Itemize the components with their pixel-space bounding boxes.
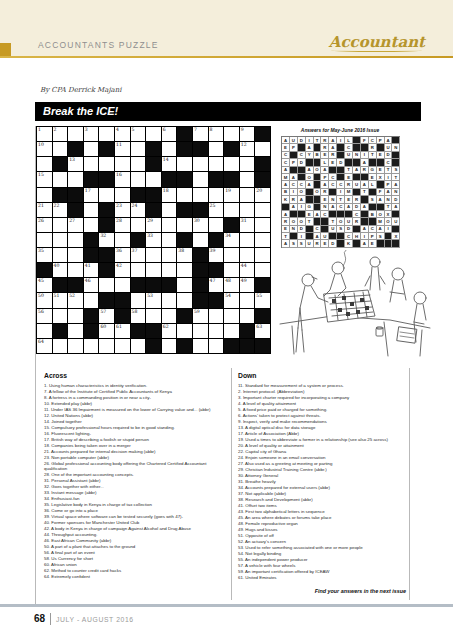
clue-item: 7. A fellow of the Institute of Certifie… (44, 389, 226, 394)
clue-item: 3. Important charter required for incorp… (238, 395, 406, 400)
answer-black-cell (337, 240, 345, 247)
answer-black-cell (361, 218, 369, 225)
clue-item: 4. A level of quality attainment (238, 401, 406, 406)
clue-item: 45. An area where debates or forums take… (238, 515, 406, 520)
clue-item: 26. Global professional accounting body … (44, 461, 226, 471)
white-cell: 4 (115, 127, 131, 142)
clue-item: 51. Opposite of off (238, 533, 406, 538)
white-cell: 62 (162, 324, 178, 339)
white-cell: 37 (131, 248, 147, 263)
clue-item: 16. Fluorescent lighting- (44, 431, 226, 436)
clue-number: 48 (225, 278, 231, 283)
white-cell (53, 218, 69, 233)
white-cell (240, 188, 256, 203)
clue-number: 4 (116, 127, 119, 132)
answer-letter-cell: X (377, 174, 385, 181)
white-cell (131, 339, 147, 354)
white-cell: 42 (115, 263, 131, 278)
white-cell: 5 (131, 127, 147, 142)
white-cell (240, 309, 256, 324)
white-cell (240, 233, 256, 248)
white-cell (193, 188, 209, 203)
answer-black-cell (314, 159, 322, 166)
clue-item: 14. Joined together (44, 419, 226, 424)
answer-letter-cell: E (345, 174, 353, 181)
magazine-logo: Accountant (329, 33, 425, 51)
white-cell: 18 (162, 188, 178, 203)
page-number: 68 (34, 613, 45, 624)
answer-black-cell (290, 211, 298, 218)
clue-item: 38. Research and Development (abbr) (238, 497, 406, 502)
answer-black-cell (321, 226, 329, 233)
answer-black-cell (353, 226, 361, 233)
black-cell (209, 233, 225, 248)
footer-rule (0, 604, 453, 607)
answer-letter-cell: I (361, 233, 369, 240)
white-cell (68, 339, 84, 354)
answer-black-cell (369, 159, 377, 166)
answer-letter-cell: I (361, 152, 369, 159)
black-cell (99, 203, 115, 218)
black-cell (84, 172, 100, 187)
answer-black-cell (385, 233, 393, 240)
black-cell (131, 188, 147, 203)
answer-letter-cell: U (290, 137, 298, 144)
answer-black-cell (345, 211, 353, 218)
clue-number: 36 (116, 248, 122, 253)
answer-black-cell (306, 189, 314, 196)
clue-item: 50. A part of a plant that attaches to t… (44, 544, 226, 549)
clue-number: 27 (69, 218, 75, 223)
white-cell (99, 278, 115, 293)
white-cell: 49 (240, 278, 256, 293)
white-cell: 13 (68, 157, 84, 172)
white-cell (115, 233, 131, 248)
answer-letter-cell: C (337, 204, 345, 211)
answer-letter-cell: T (306, 218, 314, 225)
clue-number: 62 (163, 324, 169, 329)
clue-number: 12 (241, 142, 247, 147)
white-cell: 36 (115, 248, 131, 263)
answer-black-cell (337, 167, 345, 174)
answer-black-cell (377, 181, 385, 188)
answer-black-cell (392, 211, 400, 218)
answer-letter-cell: A (385, 137, 393, 144)
white-cell (115, 157, 131, 172)
white-cell (209, 218, 225, 233)
answer-letter-cell: L (321, 159, 329, 166)
black-cell (162, 278, 178, 293)
white-cell: 22 (53, 203, 69, 218)
black-cell (193, 263, 209, 278)
clue-item: 31. Breathe heavily (238, 479, 406, 484)
answer-letter-cell: Y (306, 152, 314, 159)
clue-item: 1. Using human characteristics in identi… (44, 383, 226, 388)
answers-title: Answers for May-June 2016 Issue (278, 128, 402, 133)
answer-letter-cell: M (345, 189, 353, 196)
answer-letter-cell: A (361, 204, 369, 211)
answer-letter-cell: C (337, 181, 345, 188)
white-cell (37, 157, 53, 172)
answer-black-cell (353, 174, 361, 181)
answer-black-cell (337, 174, 345, 181)
answer-letter-cell: T (282, 233, 290, 240)
white-cell: 51 (53, 293, 69, 308)
white-cell (99, 188, 115, 203)
answer-letter-cell: T (337, 196, 345, 203)
answer-letter-cell: T (345, 167, 353, 174)
find-answers-note: Find your answers in the next issue (238, 588, 406, 594)
answer-black-cell (329, 233, 337, 240)
white-cell (177, 293, 193, 308)
clue-item: 52. An actuary's concern (238, 539, 406, 544)
white-cell (162, 263, 178, 278)
across-heading: Across (44, 372, 67, 379)
answer-letter-cell: R (290, 196, 298, 203)
main-grid: 1234567891011121314151617181920212223242… (36, 126, 271, 354)
clue-item: 35. Legislative body in Kenya in charge … (44, 502, 226, 507)
clue-item: 27. Also used as a greeting at meeting o… (238, 461, 406, 466)
answer-letter-cell: A (282, 211, 290, 218)
black-cell (131, 324, 147, 339)
answer-letter-cell: O (306, 174, 314, 181)
black-cell (177, 142, 193, 157)
clue-item: 59. An important certification offered b… (238, 569, 406, 574)
answer-letter-cell: F (377, 189, 385, 196)
answer-letter-cell: N (392, 189, 400, 196)
clue-number: 61 (116, 324, 122, 329)
white-cell (209, 157, 225, 172)
clue-number: 3 (85, 127, 88, 132)
answer-black-cell (298, 211, 306, 218)
white-cell (255, 142, 271, 157)
black-cell (255, 339, 271, 354)
clue-item: 54. Not legally binding (238, 551, 406, 556)
clue-number: 26 (38, 218, 44, 223)
answer-letter-cell: A (282, 181, 290, 188)
clue-number: 20 (256, 188, 262, 193)
clue-item: 21. Accounts prepared for internal decis… (44, 449, 226, 454)
answer-letter-cell: C (385, 159, 393, 166)
answer-letter-cell: C (369, 137, 377, 144)
black-cell (99, 142, 115, 157)
answer-black-cell (298, 167, 306, 174)
clue-number: 49 (241, 278, 247, 283)
clue-item: 41. Offset two items (238, 503, 406, 508)
white-cell: 44 (240, 263, 256, 278)
white-cell: 50 (37, 293, 53, 308)
white-cell: 21 (37, 203, 53, 218)
clue-item: 28. One of the important accounting conc… (44, 472, 226, 477)
clue-number: 25 (210, 203, 216, 208)
white-cell: 58 (131, 309, 147, 324)
answer-letter-cell: C (282, 152, 290, 159)
white-cell (84, 293, 100, 308)
answer-letter-cell: A (282, 137, 290, 144)
white-cell (177, 157, 193, 172)
white-cell (84, 203, 100, 218)
clue-number: 38 (178, 248, 184, 253)
clue-number: 18 (163, 188, 169, 193)
answers-grid: AUDITRAILFCPAEPARACRUNCCYBERUNITEDCPDLED… (281, 136, 400, 248)
black-cell (177, 172, 193, 187)
black-cell (99, 263, 115, 278)
clue-item: 39. Virtual space where software can be … (44, 514, 226, 519)
clue-number: 29 (147, 218, 153, 223)
clue-item: 48. Female reproductive organ (238, 521, 406, 526)
clue-number: 59 (194, 309, 200, 314)
answer-black-cell (337, 144, 345, 151)
clue-number: 50 (38, 293, 44, 298)
white-cell: 52 (68, 293, 84, 308)
answer-letter-cell: R (329, 152, 337, 159)
black-cell (68, 203, 84, 218)
answer-black-cell (314, 174, 322, 181)
white-cell (115, 339, 131, 354)
answer-letter-cell: U (385, 144, 393, 151)
across-list: 1. Using human characteristics in identi… (44, 383, 226, 580)
answer-black-cell (377, 144, 385, 151)
clue-number: 14 (163, 157, 169, 162)
black-cell (53, 324, 69, 339)
white-cell (99, 157, 115, 172)
white-cell: 2 (53, 127, 69, 142)
white-cell (255, 248, 271, 263)
clue-number: 44 (241, 263, 247, 268)
black-cell (84, 248, 100, 263)
clue-number: 58 (132, 309, 138, 314)
answer-letter-cell: O (290, 218, 298, 225)
answer-letter-cell: A (314, 211, 322, 218)
answer-letter-cell: E (306, 211, 314, 218)
answer-black-cell (361, 211, 369, 218)
white-cell (255, 263, 271, 278)
white-cell: 14 (162, 157, 178, 172)
answer-letter-cell: A (329, 144, 337, 151)
answer-letter-cell: C (345, 144, 353, 151)
header-divider (0, 56, 453, 58)
answer-black-cell (392, 137, 400, 144)
clue-item: 6. Actions' taken to protect against thr… (238, 413, 406, 418)
white-cell (193, 324, 209, 339)
answer-letter-cell: I (306, 137, 314, 144)
answer-letter-cell: U (392, 218, 400, 225)
answer-letter-cell: R (321, 189, 329, 196)
answer-letter-cell: F (361, 137, 369, 144)
clue-number: 7 (194, 127, 197, 132)
answer-black-cell (290, 152, 298, 159)
black-cell (53, 188, 69, 203)
answer-letter-cell: T (361, 189, 369, 196)
answer-letter-cell: A (321, 167, 329, 174)
answer-letter-cell: H (353, 233, 361, 240)
answer-black-cell (377, 240, 385, 247)
white-cell (68, 172, 84, 187)
white-cell (162, 233, 178, 248)
clue-number: 30 (194, 218, 200, 223)
white-cell: 12 (240, 142, 256, 157)
black-cell (240, 339, 256, 354)
white-cell (177, 263, 193, 278)
white-cell: 16 (115, 172, 131, 187)
black-cell (255, 172, 271, 187)
clue-number: 46 (85, 278, 91, 283)
answer-letter-cell: C (290, 181, 298, 188)
answer-letter-cell: U (353, 181, 361, 188)
white-cell: 57 (99, 309, 115, 324)
clue-item: 19. Used a times to abbreviate a former … (238, 437, 406, 442)
white-cell (193, 157, 209, 172)
white-cell (224, 324, 240, 339)
answer-black-cell (306, 233, 314, 240)
clue-number: 37 (132, 248, 138, 253)
puzzle-title-banner: Break the ICE! (35, 102, 421, 121)
black-cell (224, 339, 240, 354)
white-cell (99, 339, 115, 354)
answer-letter-cell: T (314, 137, 322, 144)
clue-item: 22. Capital city of Ghana (238, 449, 406, 454)
answer-letter-cell: R (345, 181, 353, 188)
answer-black-cell (314, 204, 322, 211)
clue-number: 22 (54, 203, 60, 208)
white-cell (146, 127, 162, 142)
answer-letter-cell: R (282, 218, 290, 225)
clue-number: 41 (85, 263, 91, 268)
answer-letter-cell: U (329, 226, 337, 233)
answer-letter-cell: E (377, 152, 385, 159)
left-rule (35, 126, 36, 604)
answer-letter-cell: E (329, 159, 337, 166)
answer-letter-cell: S (298, 240, 306, 247)
byline: By CPA Derrick Majani (40, 86, 122, 94)
answer-letter-cell: C (329, 181, 337, 188)
white-cell (162, 203, 178, 218)
white-cell (131, 157, 147, 172)
clue-number: 21 (38, 203, 44, 208)
answer-letter-cell: D (298, 159, 306, 166)
clue-item: 15. Compulsory professional hours requir… (44, 425, 226, 430)
white-cell (53, 233, 69, 248)
answer-letter-cell: A (306, 144, 314, 151)
white-cell: 48 (224, 278, 240, 293)
clue-item: 20. A level of quality or attainment (238, 443, 406, 448)
white-cell: 63 (255, 324, 271, 339)
black-cell (99, 172, 115, 187)
answer-letter-cell: I (290, 189, 298, 196)
answer-letter-cell: P (385, 181, 393, 188)
answer-letter-cell: S (369, 196, 377, 203)
answer-black-cell (298, 174, 306, 181)
white-cell (146, 172, 162, 187)
answer-letter-cell: A (361, 240, 369, 247)
answer-letter-cell: U (306, 240, 314, 247)
black-cell (193, 203, 209, 218)
clue-number: 47 (210, 278, 216, 283)
answer-letter-cell: A (290, 204, 298, 211)
answer-black-cell (361, 174, 369, 181)
white-cell: 35 (37, 248, 53, 263)
down-list: 11. Standard for measurement of a system… (238, 383, 406, 594)
answer-black-cell (290, 233, 298, 240)
white-cell: 34 (224, 233, 240, 248)
clue-number: 23 (116, 203, 122, 208)
black-cell (37, 263, 53, 278)
clue-item: 62. Method to counter credit card hacks (44, 568, 226, 573)
answer-black-cell (329, 167, 337, 174)
answer-black-cell (353, 189, 361, 196)
clue-number: 42 (116, 263, 122, 268)
black-cell (255, 309, 271, 324)
answer-black-cell (377, 159, 385, 166)
answer-letter-cell: I (337, 189, 345, 196)
answer-black-cell (377, 204, 385, 211)
white-cell (162, 248, 178, 263)
white-cell: 7 (193, 127, 209, 142)
answer-letter-cell: S (337, 226, 345, 233)
white-cell: 10 (37, 142, 53, 157)
clue-item: 46. East African Community (abbr) (44, 538, 226, 543)
white-cell: 19 (224, 188, 240, 203)
answer-letter-cell: D (298, 226, 306, 233)
white-cell: 40 (53, 263, 69, 278)
answer-letter-cell: I (298, 204, 306, 211)
clue-number: 55 (256, 293, 262, 298)
answer-letter-cell: D (392, 196, 400, 203)
answer-black-cell (369, 218, 377, 225)
white-cell (255, 233, 271, 248)
white-cell (53, 309, 69, 324)
clue-item: 30. Attorney General (238, 473, 406, 478)
white-cell: 33 (146, 233, 162, 248)
white-cell: 31 (240, 218, 256, 233)
answer-black-cell (314, 196, 322, 203)
clue-item: 13. A digital optical disc for data stor… (238, 425, 406, 430)
clue-number: 5 (132, 127, 135, 132)
white-cell (131, 142, 147, 157)
black-cell (146, 324, 162, 339)
white-cell: 38 (177, 248, 193, 263)
black-cell (131, 233, 147, 248)
answer-letter-cell: R (321, 137, 329, 144)
black-cell (177, 233, 193, 248)
clue-item: 60. African union (44, 562, 226, 567)
clue-number: 8 (210, 127, 213, 132)
black-cell (240, 324, 256, 339)
clue-number: 24 (132, 203, 138, 208)
white-cell: 20 (255, 188, 271, 203)
white-cell (224, 248, 240, 263)
white-cell (162, 218, 178, 233)
white-cell: 60 (99, 324, 115, 339)
black-cell (146, 157, 162, 172)
clue-item: 49. Hugs and kisses (238, 527, 406, 532)
white-cell: 17 (84, 188, 100, 203)
black-cell (146, 142, 162, 157)
cartoon-illustration (272, 250, 438, 360)
white-cell (131, 172, 147, 187)
white-cell: 11 (115, 142, 131, 157)
white-cell (146, 263, 162, 278)
black-cell (84, 324, 100, 339)
answer-black-cell (337, 211, 345, 218)
answer-letter-cell: N (385, 196, 393, 203)
clue-item: 2. Internet protocol. (Abbreviation) (238, 389, 406, 394)
answer-letter-cell: R (314, 240, 322, 247)
clue-number: 10 (38, 142, 44, 147)
answer-black-cell (392, 240, 400, 247)
black-cell (115, 309, 131, 324)
answer-black-cell (337, 233, 345, 240)
